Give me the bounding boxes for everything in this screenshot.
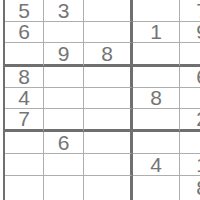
cell-r6c5[interactable]: 2 [180,109,200,132]
cell-r3c5[interactable] [180,43,200,67]
cell-r7c3[interactable] [84,132,133,154]
cell-r4c3[interactable] [84,67,133,88]
cell-r9c4[interactable] [133,176,180,200]
cell-r4c5[interactable]: 6 [180,67,200,88]
cell-r3c4[interactable] [133,43,180,67]
cell-r9c1[interactable] [5,176,44,200]
cell-r1c1[interactable]: 5 [5,0,44,22]
cell-r2c3[interactable] [84,22,133,43]
cell-r6c2[interactable] [44,109,84,132]
cell-r6c3[interactable] [84,109,133,132]
cell-r5c4[interactable]: 8 [133,88,180,109]
cell-r3c2[interactable]: 9 [44,43,84,67]
cell-r8c3[interactable] [84,154,133,176]
cell-r4c4[interactable] [133,67,180,88]
cell-r4c1[interactable]: 8 [5,67,44,88]
cell-r8c5[interactable]: 1 [180,154,200,176]
cell-r5c1[interactable]: 4 [5,88,44,109]
cell-r2c4[interactable]: 1 [133,22,180,43]
cell-r2c5[interactable]: 9 [180,22,200,43]
cell-r7c1[interactable] [5,132,44,154]
cell-r2c2[interactable] [44,22,84,43]
cell-r4c2[interactable] [44,67,84,88]
sudoku-screen: 537619988648726418 [0,0,200,200]
cell-r7c4[interactable] [133,132,180,154]
cell-r1c5[interactable]: 7 [180,0,200,22]
cell-r1c2[interactable]: 3 [44,0,84,22]
cell-r9c3[interactable] [84,176,133,200]
cell-r7c5[interactable] [180,132,200,154]
sudoku-board: 537619988648726418 [3,0,200,200]
cell-r1c4[interactable] [133,0,180,22]
cell-r8c1[interactable] [5,154,44,176]
cell-r6c4[interactable] [133,109,180,132]
cell-r7c2[interactable]: 6 [44,132,84,154]
cell-r9c5[interactable]: 8 [180,176,200,200]
cell-r6c1[interactable]: 7 [5,109,44,132]
cell-r3c1[interactable] [5,43,44,67]
cell-r5c2[interactable] [44,88,84,109]
cell-r9c2[interactable] [44,176,84,200]
cell-r5c3[interactable] [84,88,133,109]
cell-r8c2[interactable] [44,154,84,176]
cell-r2c1[interactable]: 6 [5,22,44,43]
cell-r8c4[interactable]: 4 [133,154,180,176]
cell-r3c3[interactable]: 8 [84,43,133,67]
cell-r5c5[interactable] [180,88,200,109]
cell-r1c3[interactable] [84,0,133,22]
